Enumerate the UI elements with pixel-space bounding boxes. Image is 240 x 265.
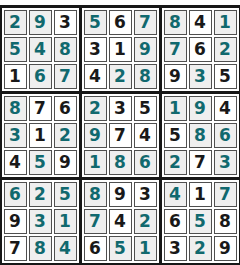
- cell-r1c6[interactable]: 7: [134, 10, 157, 35]
- cell-r7c5[interactable]: 9: [109, 182, 132, 207]
- cell-r8c2[interactable]: 3: [29, 209, 52, 234]
- cell-r6c7[interactable]: 2: [164, 150, 187, 175]
- box-8: 893742651: [82, 180, 159, 263]
- cell-r5c5[interactable]: 7: [109, 123, 132, 148]
- cell-r1c7[interactable]: 8: [164, 10, 187, 35]
- cell-r2c4[interactable]: 3: [84, 37, 107, 62]
- cell-r2c2[interactable]: 4: [29, 37, 52, 62]
- cell-r8c5[interactable]: 4: [109, 209, 132, 234]
- cell-r2c5[interactable]: 1: [109, 37, 132, 62]
- cell-r3c2[interactable]: 6: [29, 64, 52, 89]
- cell-r4c1[interactable]: 8: [4, 96, 27, 121]
- cell-r7c1[interactable]: 6: [4, 182, 27, 207]
- cell-r1c5[interactable]: 6: [109, 10, 132, 35]
- cell-r4c6[interactable]: 5: [134, 96, 157, 121]
- cell-r3c8[interactable]: 3: [189, 64, 212, 89]
- cell-r1c3[interactable]: 3: [54, 10, 77, 35]
- cell-r7c3[interactable]: 5: [54, 182, 77, 207]
- box-1: 293548167: [2, 8, 79, 91]
- sudoku-board: 2935481675673194288417629358763124592359…: [0, 5, 240, 265]
- cell-r9c5[interactable]: 5: [109, 236, 132, 261]
- page: 2935481675673194288417629358763124592359…: [0, 0, 240, 265]
- cell-r6c8[interactable]: 7: [189, 150, 212, 175]
- cell-r5c6[interactable]: 4: [134, 123, 157, 148]
- cell-r1c9[interactable]: 1: [214, 10, 237, 35]
- cell-r4c2[interactable]: 7: [29, 96, 52, 121]
- cell-r3c1[interactable]: 1: [4, 64, 27, 89]
- box-6: 194586273: [162, 94, 239, 177]
- cell-r9c8[interactable]: 2: [189, 236, 212, 261]
- cell-r6c6[interactable]: 6: [134, 150, 157, 175]
- cell-r9c2[interactable]: 8: [29, 236, 52, 261]
- cell-r7c4[interactable]: 8: [84, 182, 107, 207]
- box-4: 876312459: [2, 94, 79, 177]
- cell-r8c1[interactable]: 9: [4, 209, 27, 234]
- cell-r5c1[interactable]: 3: [4, 123, 27, 148]
- cell-r3c7[interactable]: 9: [164, 64, 187, 89]
- cell-r8c9[interactable]: 8: [214, 209, 237, 234]
- cell-r9c9[interactable]: 9: [214, 236, 237, 261]
- box-9: 417658329: [162, 180, 239, 263]
- cell-r7c8[interactable]: 1: [189, 182, 212, 207]
- cell-r1c2[interactable]: 9: [29, 10, 52, 35]
- cell-r7c6[interactable]: 3: [134, 182, 157, 207]
- cell-r9c7[interactable]: 3: [164, 236, 187, 261]
- cell-r6c2[interactable]: 5: [29, 150, 52, 175]
- cell-r9c6[interactable]: 1: [134, 236, 157, 261]
- cell-r3c5[interactable]: 2: [109, 64, 132, 89]
- box-3: 841762935: [162, 8, 239, 91]
- cell-r6c4[interactable]: 1: [84, 150, 107, 175]
- cell-r6c3[interactable]: 9: [54, 150, 77, 175]
- cell-r4c9[interactable]: 4: [214, 96, 237, 121]
- cell-r2c7[interactable]: 7: [164, 37, 187, 62]
- cell-r7c9[interactable]: 7: [214, 182, 237, 207]
- cell-r2c6[interactable]: 9: [134, 37, 157, 62]
- cell-r9c3[interactable]: 4: [54, 236, 77, 261]
- cell-r4c7[interactable]: 1: [164, 96, 187, 121]
- cell-r4c8[interactable]: 9: [189, 96, 212, 121]
- cell-r8c4[interactable]: 7: [84, 209, 107, 234]
- cell-r1c1[interactable]: 2: [4, 10, 27, 35]
- cell-r6c1[interactable]: 4: [4, 150, 27, 175]
- cell-r9c1[interactable]: 7: [4, 236, 27, 261]
- cell-r6c9[interactable]: 3: [214, 150, 237, 175]
- cell-r1c8[interactable]: 4: [189, 10, 212, 35]
- cell-r8c8[interactable]: 5: [189, 209, 212, 234]
- cell-r2c1[interactable]: 5: [4, 37, 27, 62]
- cell-r8c3[interactable]: 1: [54, 209, 77, 234]
- cell-r4c5[interactable]: 3: [109, 96, 132, 121]
- cell-r2c9[interactable]: 2: [214, 37, 237, 62]
- cell-r1c4[interactable]: 5: [84, 10, 107, 35]
- cell-r5c3[interactable]: 2: [54, 123, 77, 148]
- cell-r8c7[interactable]: 6: [164, 209, 187, 234]
- box-2: 567319428: [82, 8, 159, 91]
- cell-r3c9[interactable]: 5: [214, 64, 237, 89]
- cell-r3c6[interactable]: 8: [134, 64, 157, 89]
- cell-r9c4[interactable]: 6: [84, 236, 107, 261]
- cell-r5c4[interactable]: 9: [84, 123, 107, 148]
- cell-r7c7[interactable]: 4: [164, 182, 187, 207]
- cell-r3c4[interactable]: 4: [84, 64, 107, 89]
- cell-r7c2[interactable]: 2: [29, 182, 52, 207]
- cell-r6c5[interactable]: 8: [109, 150, 132, 175]
- box-5: 235974186: [82, 94, 159, 177]
- cell-r5c7[interactable]: 5: [164, 123, 187, 148]
- cell-r2c8[interactable]: 6: [189, 37, 212, 62]
- cell-r8c6[interactable]: 2: [134, 209, 157, 234]
- box-7: 625931784: [2, 180, 79, 263]
- cell-r5c8[interactable]: 8: [189, 123, 212, 148]
- cell-r2c3[interactable]: 8: [54, 37, 77, 62]
- cell-r4c3[interactable]: 6: [54, 96, 77, 121]
- cell-r5c9[interactable]: 6: [214, 123, 237, 148]
- cell-r5c2[interactable]: 1: [29, 123, 52, 148]
- cell-r3c3[interactable]: 7: [54, 64, 77, 89]
- cell-r4c4[interactable]: 2: [84, 96, 107, 121]
